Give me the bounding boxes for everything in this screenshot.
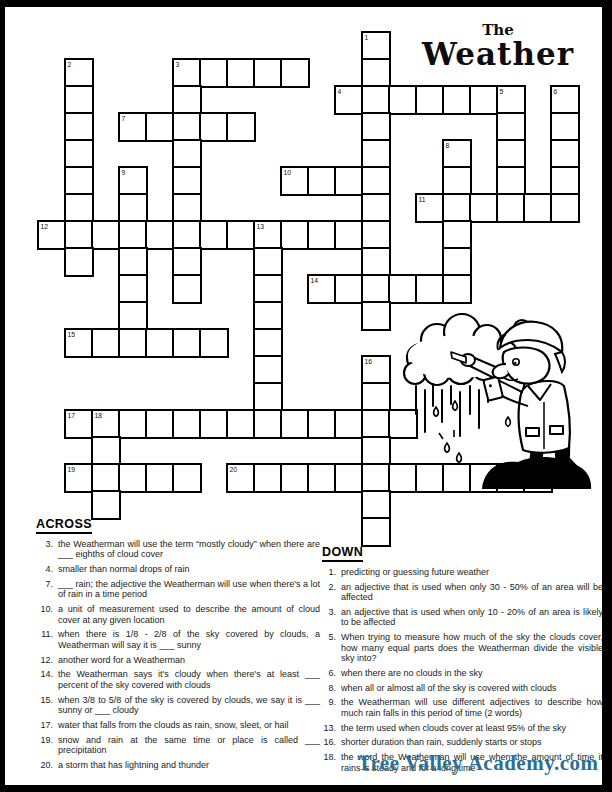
grid-cell-r7c10[interactable] <box>307 220 337 250</box>
across-clue-3: 3.the Weatherman will use the term “most… <box>36 539 320 560</box>
grid-cell-r15c2[interactable] <box>91 436 121 466</box>
cell-number-3: 3 <box>176 61 180 68</box>
down-clue-8: 8.when all or almost all of the sky is c… <box>322 683 603 693</box>
across-clue-20: 20.a storm that has lightning and thunde… <box>36 760 320 770</box>
grid-cell-r6c12[interactable] <box>361 193 391 223</box>
raindrop-icons <box>434 401 511 426</box>
grid-cell-r7c2[interactable] <box>91 220 121 250</box>
grid-cell-r12c8[interactable] <box>253 355 283 385</box>
grid-cell-r16c2[interactable] <box>91 463 121 493</box>
cell-number-6: 6 <box>554 88 558 95</box>
clue-number: 10. <box>36 604 53 625</box>
grid-cell-r9c5[interactable] <box>172 274 202 304</box>
grid-cell-r7c7[interactable] <box>226 220 256 250</box>
grid-cell-r2c5[interactable] <box>172 85 202 115</box>
across-clue-list: 3.the Weatherman will use the term “most… <box>36 539 320 770</box>
clue-text: snow and rain at the same time or place … <box>58 735 320 756</box>
clue-number: 19. <box>36 735 53 756</box>
page-border-right <box>602 0 612 792</box>
clue-number: 6. <box>322 668 336 678</box>
clue-text: the Weatherman will use different adject… <box>341 697 603 718</box>
grid-cell-r9c8[interactable] <box>253 274 283 304</box>
grid-cell-r4c12[interactable] <box>361 139 391 169</box>
grid-cell-r6c16[interactable] <box>469 193 499 223</box>
grid-cell-r1c8[interactable] <box>253 58 283 88</box>
cell-number-5: 5 <box>500 88 504 95</box>
clue-number: 4. <box>36 564 53 574</box>
grid-cell-r2c14[interactable] <box>415 85 445 115</box>
cell-number-9: 9 <box>122 169 126 176</box>
across-section: ACROSS 3.the Weatherman will use the ter… <box>36 514 320 775</box>
page-border-left <box>0 0 5 792</box>
grid-cell-r14c4[interactable] <box>145 409 175 439</box>
grid-cell-r5c19[interactable] <box>550 166 580 196</box>
grid-cell-r3c1[interactable] <box>64 112 94 142</box>
splash-marks <box>439 430 461 462</box>
cell-number-13: 13 <box>257 223 265 230</box>
page-border-bottom <box>0 785 612 792</box>
grid-cell-r7c12[interactable] <box>361 220 391 250</box>
grid-cell-r9c12[interactable] <box>361 274 391 304</box>
grid-cell-r16c5[interactable] <box>172 463 202 493</box>
clue-text: an adjective that is used when only 30 -… <box>341 582 603 603</box>
grid-cell-r13c8[interactable] <box>253 382 283 412</box>
grid-cell-r5c12[interactable] <box>361 166 391 196</box>
grid-cell-r5c1[interactable] <box>64 166 94 196</box>
grid-cell-r4c5[interactable] <box>172 139 202 169</box>
grid-cell-r14c3[interactable] <box>118 409 148 439</box>
grid-cell-r16c4[interactable] <box>145 463 175 493</box>
grid-cell-r7c9[interactable] <box>280 220 310 250</box>
grid-cell-r10c8[interactable] <box>253 301 283 331</box>
grid-cell-r8c1[interactable] <box>64 247 94 277</box>
cell-number-17: 17 <box>68 412 76 419</box>
clue-number: 15. <box>36 695 53 716</box>
grid-cell-r14c8[interactable] <box>253 409 283 439</box>
grid-cell-r5c17[interactable] <box>496 166 526 196</box>
clue-number: 11. <box>36 629 53 650</box>
clue-number: 2. <box>322 582 336 603</box>
clue-text: an adjective that is used when only 10 -… <box>341 607 603 628</box>
grid-cell-r10c3[interactable] <box>118 301 148 331</box>
grid-cell-r1c12[interactable] <box>361 58 391 88</box>
grid-cell-r9c13[interactable] <box>388 274 418 304</box>
grid-cell-r11c8[interactable] <box>253 328 283 358</box>
down-clue-6: 6.when there are no clouds in the sky <box>322 668 603 678</box>
grid-cell-r7c1[interactable] <box>64 220 94 250</box>
title-line-weather: Weather <box>400 38 596 70</box>
clue-text: predicting or guessing future weather <box>341 567 603 577</box>
clue-number: 17. <box>36 720 53 730</box>
cell-number-7: 7 <box>122 115 126 122</box>
cell-number-8: 8 <box>446 142 450 149</box>
clue-text: when 3/8 to 5/8 of the sky is covered by… <box>58 695 320 716</box>
clue-text: When trying to measure how much of the s… <box>341 632 603 663</box>
grid-cell-r3c19[interactable] <box>550 112 580 142</box>
cell-number-19: 19 <box>68 466 76 473</box>
grid-cell-r4c19[interactable] <box>550 139 580 169</box>
grid-cell-r7c11[interactable] <box>334 220 364 250</box>
grid-cell-r6c5[interactable] <box>172 193 202 223</box>
across-clue-12: 12.another word for a Weatherman <box>36 655 320 665</box>
clue-number: 8. <box>322 683 336 693</box>
grid-cell-r2c16[interactable] <box>469 85 499 115</box>
cell-number-14: 14 <box>311 277 319 284</box>
cell-number-11: 11 <box>419 196 426 203</box>
cell-number-18: 18 <box>95 412 103 419</box>
cell-number-2: 2 <box>68 61 72 68</box>
grid-cell-r8c12[interactable] <box>361 247 391 277</box>
ground-mound <box>482 457 591 489</box>
grid-cell-r5c5[interactable] <box>172 166 202 196</box>
grid-cell-r1c6[interactable] <box>199 58 229 88</box>
clue-number: 9. <box>322 697 336 718</box>
grid-cell-r3c6[interactable] <box>199 112 229 142</box>
clue-number: 16. <box>322 737 336 747</box>
grid-cell-r16c3[interactable] <box>118 463 148 493</box>
across-header: ACROSS <box>36 517 92 534</box>
clue-number: 12. <box>36 655 53 665</box>
across-clue-7: 7.___ rain; the adjective the Weatherman… <box>36 579 320 600</box>
grid-cell-r8c15[interactable] <box>442 247 472 277</box>
clue-text: a unit of measurement used to describe t… <box>58 604 320 625</box>
clue-text: shorter duration than rain, suddenly sta… <box>341 737 603 747</box>
clue-text: the Weatherman says it's cloudy when the… <box>58 669 320 690</box>
clue-number: 18. <box>322 752 336 773</box>
grid-cell-r14c5[interactable] <box>172 409 202 439</box>
across-clue-4: 4.smaller than normal drops of rain <box>36 564 320 574</box>
grid-cell-r7c4[interactable] <box>145 220 175 250</box>
clue-number: 7. <box>36 579 53 600</box>
clue-text: a storm that has lightning and thunder <box>58 760 320 770</box>
across-clue-11: 11.when there is 1/8 - 2/8 of the sky co… <box>36 629 320 650</box>
grid-cell-r7c3[interactable] <box>118 220 148 250</box>
grid-cell-r9c11[interactable] <box>334 274 364 304</box>
grid-cell-r11c3[interactable] <box>118 328 148 358</box>
grid-cell-r1c9[interactable] <box>280 58 310 88</box>
clue-number: 1. <box>322 567 336 577</box>
across-clue-14: 14.the Weatherman says it's cloudy when … <box>36 669 320 690</box>
cell-number-12: 12 <box>41 223 49 230</box>
clue-number: 13. <box>322 723 336 733</box>
across-clue-10: 10.a unit of measurement used to describ… <box>36 604 320 625</box>
grid-cell-r9c3[interactable] <box>118 274 148 304</box>
grid-cell-r7c6[interactable] <box>199 220 229 250</box>
down-clue-3: 3.an adjective that is used when only 10… <box>322 607 603 628</box>
grid-cell-r11c2[interactable] <box>91 328 121 358</box>
clue-text: another word for a Weatherman <box>58 655 320 665</box>
grid-cell-r4c1[interactable] <box>64 139 94 169</box>
grid-cell-r8c8[interactable] <box>253 247 283 277</box>
down-clue-2: 2.an adjective that is used when only 30… <box>322 582 603 603</box>
down-section: DOWN 1.predicting or guessing future wea… <box>322 542 603 777</box>
grid-cell-r17c12[interactable] <box>361 490 391 520</box>
grid-cell-r5c15[interactable] <box>442 166 472 196</box>
grid-cell-r9c15[interactable] <box>442 274 472 304</box>
clue-text: when all or almost all of the sky is cov… <box>341 683 603 693</box>
worksheet-page: { "page": { "title_top": "The", "title_m… <box>0 0 612 792</box>
clue-text: ___ rain; the adjective the Weatherman w… <box>58 579 320 600</box>
clue-number: 3. <box>36 539 53 560</box>
grid-cell-r11c5[interactable] <box>172 328 202 358</box>
grid-cell-r5c11[interactable] <box>334 166 364 196</box>
clue-number: 5. <box>322 632 336 663</box>
grid-cell-r2c1[interactable] <box>64 85 94 115</box>
cell-number-20: 20 <box>230 466 238 473</box>
clue-text: the Weatherman will use the term “mostly… <box>58 539 320 560</box>
down-clue-list: 1.predicting or guessing future weather2… <box>322 567 603 773</box>
weatherman-illustration <box>318 308 592 492</box>
grid-cell-r7c15[interactable] <box>442 220 472 250</box>
grid-cell-r6c3[interactable] <box>118 193 148 223</box>
grid-cell-r2c13[interactable] <box>388 85 418 115</box>
weatherman-coat <box>518 381 569 453</box>
grid-cell-r1c7[interactable] <box>226 58 256 88</box>
down-clue-5: 5.When trying to measure how much of the… <box>322 632 603 663</box>
grid-cell-r2c12[interactable] <box>361 85 391 115</box>
grid-cell-r8c3[interactable] <box>118 247 148 277</box>
across-clue-17: 17.water that falls from the clouds as r… <box>36 720 320 730</box>
across-clue-19: 19.snow and rain at the same time or pla… <box>36 735 320 756</box>
grid-cell-r3c7[interactable] <box>226 112 256 142</box>
grid-cell-r16c9[interactable] <box>280 463 310 493</box>
grid-cell-r3c12[interactable] <box>361 112 391 142</box>
down-clue-9: 9.the Weatherman will use different adje… <box>322 697 603 718</box>
down-clue-1: 1.predicting or guessing future weather <box>322 567 603 577</box>
grid-cell-r6c17[interactable] <box>496 193 526 223</box>
rain-streaks-icon <box>416 384 488 436</box>
down-clue-13: 13.the term used when clouds cover at le… <box>322 723 603 733</box>
down-header: DOWN <box>322 545 363 562</box>
grid-cell-r7c5[interactable] <box>172 220 202 250</box>
clue-number: 20. <box>36 760 53 770</box>
weatherman-head <box>493 322 565 384</box>
grid-cell-r16c8[interactable] <box>253 463 283 493</box>
grid-cell-r14c9[interactable] <box>280 409 310 439</box>
footer-site-name: Tree Valley Academy.com <box>352 751 604 776</box>
clue-text: smaller than normal drops of rain <box>58 564 320 574</box>
grid-cell-r2c15[interactable] <box>442 85 472 115</box>
grid-cell-r3c5[interactable] <box>172 112 202 142</box>
cell-number-1: 1 <box>365 34 369 41</box>
grid-cell-r6c15[interactable] <box>442 193 472 223</box>
cell-number-10: 10 <box>284 169 292 176</box>
puzzle-title: The Weather <box>400 22 596 70</box>
grid-cell-r6c1[interactable] <box>64 193 94 223</box>
grid-cell-r8c5[interactable] <box>172 247 202 277</box>
grid-cell-r3c4[interactable] <box>145 112 175 142</box>
clue-text: when there is 1/8 - 2/8 of the sky cover… <box>58 629 320 650</box>
cell-number-15: 15 <box>68 331 76 338</box>
grid-cell-r14c7[interactable] <box>226 409 256 439</box>
grid-cell-r5c10[interactable] <box>307 166 337 196</box>
grid-cell-r11c4[interactable] <box>145 328 175 358</box>
grid-cell-r9c14[interactable] <box>415 274 445 304</box>
grid-cell-r11c6[interactable] <box>199 328 229 358</box>
page-border-top <box>0 0 612 7</box>
grid-cell-r4c17[interactable] <box>496 139 526 169</box>
grid-cell-r14c6[interactable] <box>199 409 229 439</box>
grid-cell-r3c17[interactable] <box>496 112 526 142</box>
across-clue-15: 15.when 3/8 to 5/8 of the sky is covered… <box>36 695 320 716</box>
grid-cell-r6c19[interactable] <box>550 193 580 223</box>
cell-number-4: 4 <box>338 88 342 95</box>
clue-text: when there are no clouds in the sky <box>341 668 603 678</box>
clue-number: 3. <box>322 607 336 628</box>
clue-number: 14. <box>36 669 53 690</box>
grid-cell-r6c18[interactable] <box>523 193 553 223</box>
clue-text: water that falls from the clouds as rain… <box>58 720 320 730</box>
clue-text: the term used when clouds cover at least… <box>341 723 603 733</box>
down-clue-16: 16.shorter duration than rain, suddenly … <box>322 737 603 747</box>
